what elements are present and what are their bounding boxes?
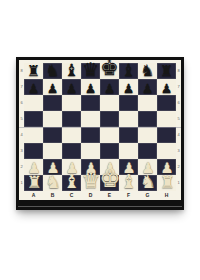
square-g7[interactable]: ♟ [138,79,157,95]
folding-edge-seam [18,206,182,207]
black-bishop[interactable]: ♝ [121,62,136,79]
square-f7[interactable]: ♟ [119,79,138,95]
black-pawn[interactable]: ♟ [85,82,97,95]
black-pawn[interactable]: ♟ [161,82,173,95]
black-queen[interactable]: ♛ [82,60,99,79]
square-d5[interactable] [81,111,100,127]
square-g8[interactable]: ♞ [138,63,157,79]
square-h5[interactable] [157,111,176,127]
square-d4[interactable] [81,127,100,143]
board-grid[interactable]: ♜♞♝♛♚♝♞♜♟♟♟♟♟♟♟♟♟♟♟♟♟♟♟♟♜♞♝♛♚♝♞♜ [24,63,176,191]
square-g4[interactable] [138,127,157,143]
rank-label-1: 1 [176,175,181,191]
file-label-g: G [138,191,157,200]
square-d6[interactable] [81,95,100,111]
black-rook[interactable]: ♜ [160,64,173,79]
square-f4[interactable] [119,127,138,143]
file-label-e: E [100,191,119,200]
square-c3[interactable] [62,143,81,159]
rank-label-4: 4 [176,127,181,143]
square-c5[interactable] [62,111,81,127]
square-a5[interactable] [24,111,43,127]
square-f1[interactable]: ♝ [119,175,138,191]
black-rook[interactable]: ♜ [27,64,40,79]
square-h4[interactable] [157,127,176,143]
square-d3[interactable] [81,143,100,159]
white-bishop[interactable]: ♝ [120,172,137,191]
rank-label-6: 6 [176,95,181,111]
black-pawn[interactable]: ♟ [28,82,40,95]
square-h3[interactable] [157,143,176,159]
square-f3[interactable] [119,143,138,159]
square-g6[interactable] [138,95,157,111]
white-queen[interactable]: ♛ [81,170,100,191]
square-e5[interactable] [100,111,119,127]
white-king[interactable]: ♚ [99,167,120,191]
square-a3[interactable] [24,143,43,159]
square-c8[interactable]: ♝ [62,63,81,79]
square-b3[interactable] [43,143,62,159]
square-f8[interactable]: ♝ [119,63,138,79]
square-e7[interactable]: ♟ [100,79,119,95]
file-label-d: D [81,191,100,200]
square-a6[interactable] [24,95,43,111]
white-rook[interactable]: ♜ [26,174,41,191]
file-label-f: F [119,191,138,200]
rank-label-3: 3 [176,143,181,159]
square-e8[interactable]: ♚ [100,63,119,79]
square-a8[interactable]: ♜ [24,63,43,79]
square-b1[interactable]: ♞ [43,175,62,191]
white-bishop[interactable]: ♝ [63,172,80,191]
board-inner-margin: 87654321 ♜♞♝♛♚♝♞♜♟♟♟♟♟♟♟♟♟♟♟♟♟♟♟♟♜♞♝♛♚♝♞… [19,60,181,200]
square-e3[interactable] [100,143,119,159]
white-rook[interactable]: ♜ [159,174,174,191]
square-c4[interactable] [62,127,81,143]
square-a7[interactable]: ♟ [24,79,43,95]
white-knight[interactable]: ♞ [139,173,155,191]
file-label-c: C [62,191,81,200]
square-b4[interactable] [43,127,62,143]
rank-label-5: 5 [176,111,181,127]
square-b5[interactable] [43,111,62,127]
square-h1[interactable]: ♜ [157,175,176,191]
rank-label-8: 8 [176,63,181,79]
black-bishop[interactable]: ♝ [64,62,79,79]
rank-labels-right: 87654321 [176,63,181,200]
square-f6[interactable] [119,95,138,111]
chess-board-frame: 87654321 ♜♞♝♛♚♝♞♜♟♟♟♟♟♟♟♟♟♟♟♟♟♟♟♟♜♞♝♛♚♝♞… [16,57,184,210]
black-pawn[interactable]: ♟ [104,82,116,95]
black-knight[interactable]: ♞ [45,63,59,79]
square-g3[interactable] [138,143,157,159]
rank-label-2: 2 [176,159,181,175]
square-e1[interactable]: ♚ [100,175,119,191]
square-b6[interactable] [43,95,62,111]
square-a1[interactable]: ♜ [24,175,43,191]
black-pawn[interactable]: ♟ [66,82,78,95]
square-a4[interactable] [24,127,43,143]
square-h8[interactable]: ♜ [157,63,176,79]
black-pawn[interactable]: ♟ [142,82,154,95]
square-d8[interactable]: ♛ [81,63,100,79]
black-knight[interactable]: ♞ [140,63,154,79]
square-e4[interactable] [100,127,119,143]
square-b7[interactable]: ♟ [43,79,62,95]
square-d1[interactable]: ♛ [81,175,100,191]
square-h7[interactable]: ♟ [157,79,176,95]
file-label-h: H [157,191,176,200]
file-labels: ABCDEFGH [24,191,176,200]
file-label-b: B [43,191,62,200]
square-g1[interactable]: ♞ [138,175,157,191]
rank-label-7: 7 [176,79,181,95]
square-f5[interactable] [119,111,138,127]
square-e6[interactable] [100,95,119,111]
square-h6[interactable] [157,95,176,111]
black-pawn[interactable]: ♟ [123,82,135,95]
square-c7[interactable]: ♟ [62,79,81,95]
product-photo-background: 87654321 ♜♞♝♛♚♝♞♜♟♟♟♟♟♟♟♟♟♟♟♟♟♟♟♟♜♞♝♛♚♝♞… [0,0,200,280]
file-label-a: A [24,191,43,200]
square-c6[interactable] [62,95,81,111]
square-c1[interactable]: ♝ [62,175,81,191]
square-d7[interactable]: ♟ [81,79,100,95]
black-king[interactable]: ♚ [100,58,119,79]
square-b8[interactable]: ♞ [43,63,62,79]
black-pawn[interactable]: ♟ [47,82,59,95]
white-knight[interactable]: ♞ [44,173,60,191]
square-g5[interactable] [138,111,157,127]
